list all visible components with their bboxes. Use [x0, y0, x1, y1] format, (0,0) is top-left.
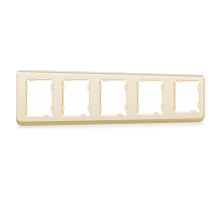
window-tab-left-top: [99, 85, 101, 90]
window-tab-left-top: [137, 85, 139, 90]
window-tab-top: [30, 79, 35, 81]
window-tab-left-bottom: [137, 104, 139, 109]
window-tab-left-bottom: [25, 106, 27, 111]
window-tab-top: [104, 79, 109, 81]
product-photo: [0, 0, 220, 200]
window-tab-bottom: [44, 115, 49, 117]
frame-illustration: [0, 0, 220, 200]
window-tab-left-bottom: [99, 105, 101, 110]
window-tab-bottom: [191, 111, 196, 113]
frame-window-5: [174, 80, 201, 113]
window-tab-right-top: [161, 85, 163, 90]
frame-window-2: [62, 79, 91, 117]
window-opening: [62, 79, 90, 116]
window-tab-right-bottom: [51, 106, 53, 111]
frame-window-3: [99, 79, 127, 116]
window-opening: [100, 79, 128, 116]
window-tab-right-top: [198, 85, 200, 90]
window-tab-left-bottom: [62, 105, 64, 110]
window-tab-bottom: [81, 114, 86, 116]
frame-window-1: [25, 79, 53, 118]
window-tab-right-bottom: [161, 104, 163, 109]
window-tab-right-top: [88, 85, 90, 90]
frame-window-4: [137, 79, 164, 115]
window-tab-right-bottom: [88, 105, 90, 110]
window-opening: [26, 79, 54, 117]
window-tab-left-top: [62, 85, 64, 90]
window-tab-right-top: [125, 85, 127, 90]
window-tab-top: [66, 79, 71, 81]
window-tab-right-bottom: [198, 102, 200, 107]
window-tab-bottom: [154, 113, 159, 115]
window-tab-right-top: [51, 85, 53, 90]
window-tab-left-top: [174, 85, 176, 90]
window-tab-top: [141, 79, 146, 81]
window-tab-top: [178, 80, 183, 82]
window-tab-left-bottom: [174, 102, 176, 107]
window-tab-bottom: [118, 114, 123, 116]
window-opening: [174, 80, 200, 113]
window-tab-right-bottom: [125, 105, 127, 110]
window-tab-left-top: [25, 85, 27, 90]
window-opening: [137, 80, 163, 115]
